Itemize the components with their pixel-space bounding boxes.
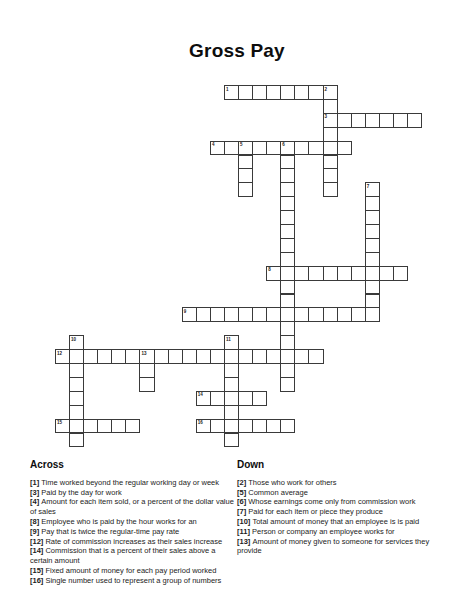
grid-cell[interactable] [168, 349, 183, 364]
grid-cell[interactable] [125, 349, 140, 364]
clue-number: 15 [57, 420, 62, 425]
grid-cell[interactable]: 4 [210, 141, 225, 156]
grid-cell[interactable] [323, 155, 338, 170]
clue-number: 1 [226, 87, 229, 92]
across-clue-list: [1] Time worked beyond the regular worki… [30, 478, 238, 586]
grid-cell[interactable] [323, 307, 338, 322]
grid-cell[interactable] [294, 349, 309, 364]
grid-cell[interactable] [238, 419, 253, 434]
clue-number: 2 [325, 87, 328, 92]
clue-item-number: [3] [30, 488, 41, 497]
grid-cell[interactable] [139, 363, 154, 378]
grid-cell[interactable] [407, 113, 422, 128]
grid-cell[interactable] [280, 196, 295, 211]
clue-item: [5] Common average [237, 488, 443, 498]
grid-cell[interactable] [224, 391, 239, 406]
grid-cell[interactable] [69, 419, 84, 434]
grid-cell[interactable] [83, 349, 98, 364]
grid-cell[interactable] [365, 294, 380, 309]
clue-item-text: Time worked beyond the regular working d… [41, 478, 219, 487]
clue-item-number: [12] [30, 537, 45, 546]
grid-cell[interactable] [97, 419, 112, 434]
grid-cell[interactable] [365, 280, 380, 295]
grid-cell[interactable] [97, 349, 112, 364]
grid-cell[interactable] [252, 307, 267, 322]
clue-item-number: [5] [237, 488, 248, 497]
grid-cell[interactable] [196, 307, 211, 322]
grid-cell[interactable] [154, 349, 169, 364]
page: { "game": "crossword", "title": "Gross P… [0, 0, 474, 613]
grid-cell[interactable] [125, 419, 140, 434]
clue-number: 16 [198, 420, 203, 425]
grid-cell[interactable] [196, 349, 211, 364]
grid-cell[interactable] [210, 419, 225, 434]
grid-cell[interactable] [323, 182, 338, 197]
grid-cell[interactable] [224, 141, 239, 156]
clue-item-number: [11] [237, 527, 252, 536]
clue-item-number: [1] [30, 478, 41, 487]
clue-number: 11 [226, 337, 231, 342]
grid-cell[interactable]: 16 [196, 419, 211, 434]
grid-cell[interactable] [365, 266, 380, 281]
grid-cell[interactable] [266, 419, 281, 434]
grid-cell[interactable] [393, 266, 408, 281]
grid-cell[interactable] [337, 307, 352, 322]
grid-cell[interactable]: 1 [224, 85, 239, 100]
clue-item-number: [2] [237, 478, 248, 487]
clue-item-number: [7] [237, 507, 248, 516]
grid-cell[interactable] [266, 85, 281, 100]
clue-number: 9 [184, 309, 187, 314]
grid-cell[interactable]: 10 [69, 335, 84, 350]
grid-cell[interactable] [224, 433, 239, 448]
grid-cell[interactable] [308, 141, 323, 156]
crossword-grid: 12345678910111213141516 [55, 85, 421, 447]
grid-cell[interactable] [280, 419, 295, 434]
grid-cell[interactable] [337, 113, 352, 128]
clue-item-text: Single number used to represent a group … [45, 576, 221, 585]
clue-item-text: Pay that is twice the regular-time pay r… [41, 527, 179, 536]
grid-cell[interactable] [365, 210, 380, 225]
clue-item: [15] Fixed amount of money for each pay … [30, 566, 238, 576]
grid-cell[interactable] [379, 266, 394, 281]
grid-cell[interactable] [280, 168, 295, 183]
grid-cell[interactable] [238, 168, 253, 183]
clue-item: [3] Paid by the day for work [30, 488, 238, 498]
clue-item: [14] Commission that is a percent of the… [30, 546, 238, 566]
clue-item-number: [16] [30, 576, 45, 585]
grid-cell[interactable] [280, 155, 295, 170]
clue-item-text: Person or company an employee works for [252, 527, 395, 536]
clue-item-number: [15] [30, 566, 45, 575]
clue-item-text: Amount for each item sold, or a percent … [30, 497, 234, 516]
grid-cell[interactable] [308, 307, 323, 322]
clue-item-number: [8] [30, 517, 41, 526]
clue-item-text: Common average [248, 488, 308, 497]
clue-item-text: Fixed amount of money for each pay perio… [45, 566, 216, 575]
grid-cell[interactable] [379, 113, 394, 128]
grid-cell[interactable] [280, 85, 295, 100]
grid-cell[interactable] [351, 307, 366, 322]
grid-cell[interactable] [252, 349, 267, 364]
grid-cell[interactable] [365, 196, 380, 211]
clue-item-text: Paid for each item or piece they produce [248, 507, 383, 516]
grid-cell[interactable] [238, 391, 253, 406]
clue-item-text: Those who work for others [248, 478, 336, 487]
clue-number: 6 [282, 142, 285, 147]
grid-cell[interactable] [280, 335, 295, 350]
grid-cell[interactable] [308, 349, 323, 364]
clue-number: 12 [57, 351, 62, 356]
down-clues-section: Down [2] Those who work for others[5] Co… [237, 460, 443, 556]
grid-cell[interactable] [238, 155, 253, 170]
grid-cell[interactable] [280, 182, 295, 197]
grid-cell[interactable] [238, 307, 253, 322]
grid-cell[interactable] [69, 391, 84, 406]
grid-cell[interactable] [365, 113, 380, 128]
grid-cell[interactable] [365, 238, 380, 253]
clue-item: [11] Person or company an employee works… [237, 527, 443, 537]
grid-cell[interactable] [365, 224, 380, 239]
grid-cell[interactable] [280, 307, 295, 322]
clue-item: [1] Time worked beyond the regular worki… [30, 478, 238, 488]
clue-item: [7] Paid for each item or piece they pro… [237, 507, 443, 517]
clue-number: 7 [367, 184, 370, 189]
grid-cell[interactable]: 12 [55, 349, 70, 364]
grid-cell[interactable] [238, 349, 253, 364]
grid-cell[interactable]: 14 [196, 391, 211, 406]
clue-item-text: Amount of money given to someone for ser… [237, 537, 429, 556]
grid-cell[interactable] [210, 391, 225, 406]
grid-cell[interactable] [139, 377, 154, 392]
grid-cell[interactable] [280, 349, 295, 364]
across-header: Across [30, 460, 238, 470]
grid-cell[interactable] [252, 419, 267, 434]
grid-cell[interactable] [294, 85, 309, 100]
grid-cell[interactable] [280, 294, 295, 309]
grid-cell[interactable] [182, 349, 197, 364]
clue-item-text: Rate of commission increases as their sa… [45, 537, 222, 546]
grid-cell[interactable] [280, 363, 295, 378]
down-header: Down [237, 460, 443, 470]
grid-cell[interactable] [337, 141, 352, 156]
clue-number: 13 [141, 351, 146, 356]
clue-item-number: [9] [30, 527, 41, 536]
grid-cell[interactable] [69, 349, 84, 364]
clue-item-text: Paid by the day for work [41, 488, 121, 497]
clue-item: [4] Amount for each item sold, or a perc… [30, 497, 238, 517]
grid-cell[interactable] [323, 266, 338, 281]
grid-cell[interactable] [323, 141, 338, 156]
clue-item: [12] Rate of commission increases as the… [30, 537, 238, 547]
grid-cell[interactable] [238, 85, 253, 100]
grid-cell[interactable] [111, 349, 126, 364]
grid-cell[interactable] [266, 307, 281, 322]
clue-item-text: Whose earnings come only from commission… [248, 497, 415, 506]
grid-cell[interactable] [393, 113, 408, 128]
grid-cell[interactable]: 5 [238, 141, 253, 156]
clue-item-number: [4] [30, 497, 41, 506]
grid-cell[interactable] [308, 266, 323, 281]
grid-cell[interactable]: 11 [224, 335, 239, 350]
clue-number: 8 [268, 267, 271, 272]
grid-cell[interactable] [252, 85, 267, 100]
grid-cell[interactable] [308, 85, 323, 100]
grid-cell[interactable] [280, 210, 295, 225]
grid-cell[interactable] [351, 266, 366, 281]
grid-cell[interactable] [280, 280, 295, 295]
grid-cell[interactable]: 6 [280, 141, 295, 156]
clue-item-number: [6] [237, 497, 248, 506]
grid-cell[interactable] [224, 307, 239, 322]
clue-item-text: Employee who is paid by the hour works f… [41, 517, 197, 526]
grid-cell[interactable]: 8 [266, 266, 281, 281]
clue-item: [13] Amount of money given to someone fo… [237, 537, 443, 557]
clue-number: 10 [71, 337, 76, 342]
grid-cell[interactable] [337, 266, 352, 281]
grid-cell[interactable] [323, 168, 338, 183]
grid-cell[interactable] [280, 224, 295, 239]
grid-cell[interactable] [210, 349, 225, 364]
grid-cell[interactable] [280, 321, 295, 336]
grid-cell[interactable] [252, 391, 267, 406]
grid-cell[interactable]: 13 [139, 349, 154, 364]
grid-cell[interactable] [280, 266, 295, 281]
down-clue-list: [2] Those who work for others[5] Common … [237, 478, 443, 556]
grid-cell[interactable] [111, 419, 126, 434]
clue-item: [2] Those who work for others [237, 478, 443, 488]
grid-cell[interactable] [238, 182, 253, 197]
grid-cell[interactable]: 3 [323, 113, 338, 128]
grid-cell[interactable] [323, 99, 338, 114]
grid-cell[interactable] [69, 405, 84, 420]
grid-cell[interactable] [365, 307, 380, 322]
grid-cell[interactable] [266, 349, 281, 364]
grid-cell[interactable] [69, 363, 84, 378]
grid-cell[interactable] [83, 419, 98, 434]
grid-cell[interactable] [224, 363, 239, 378]
clue-item: [10] Total amount of money that an emplo… [237, 517, 443, 527]
clue-item-number: [10] [237, 517, 252, 526]
puzzle-title: Gross Pay [0, 40, 474, 62]
clue-item-number: [13] [237, 537, 252, 546]
grid-cell[interactable] [280, 252, 295, 267]
grid-cell[interactable] [210, 307, 225, 322]
grid-cell[interactable] [280, 377, 295, 392]
grid-cell[interactable] [252, 141, 267, 156]
grid-cell[interactable]: 2 [323, 85, 338, 100]
grid-cell[interactable] [280, 238, 295, 253]
grid-cell[interactable] [365, 252, 380, 267]
clue-item: [8] Employee who is paid by the hour wor… [30, 517, 238, 527]
clue-item: [16] Single number used to represent a g… [30, 576, 238, 586]
grid-cell[interactable] [69, 377, 84, 392]
clue-number: 14 [198, 392, 203, 397]
grid-cell[interactable] [224, 349, 239, 364]
grid-cell[interactable] [224, 377, 239, 392]
grid-cell[interactable] [351, 113, 366, 128]
clue-item-text: Total amount of money that an employee i… [252, 517, 419, 526]
grid-cell[interactable] [69, 433, 84, 448]
clue-number: 3 [325, 114, 328, 119]
grid-cell[interactable]: 15 [55, 419, 70, 434]
grid-cell[interactable]: 9 [182, 307, 197, 322]
grid-cell[interactable] [224, 419, 239, 434]
clue-item: [9] Pay that is twice the regular-time p… [30, 527, 238, 537]
grid-cell[interactable] [323, 127, 338, 142]
clue-number: 5 [240, 142, 243, 147]
grid-cell[interactable] [224, 405, 239, 420]
grid-cell[interactable] [294, 141, 309, 156]
clue-item-number: [14] [30, 546, 45, 555]
grid-cell[interactable] [294, 307, 309, 322]
across-clues-section: Across [1] Time worked beyond the regula… [30, 460, 238, 586]
grid-cell[interactable] [294, 266, 309, 281]
clue-number: 4 [212, 142, 215, 147]
grid-cell[interactable]: 7 [365, 182, 380, 197]
clue-item: [6] Whose earnings come only from commis… [237, 497, 443, 507]
grid-cell[interactable] [266, 141, 281, 156]
clue-item-text: Commission that is a percent of their sa… [30, 546, 216, 565]
